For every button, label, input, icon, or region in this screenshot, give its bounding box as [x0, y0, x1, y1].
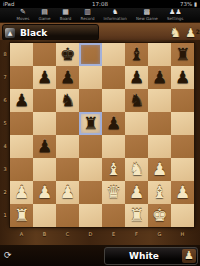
board-frame: ♚♝♜♟♟♟♟♟♟♞♞♜♟♟♝♞♟♟♟♟♛♟♝♟♜♜♚ 87654321ABCD… [0, 40, 200, 245]
square-b8[interactable] [33, 43, 56, 66]
black-knight: ♞ [129, 89, 144, 112]
white-pawn: ♟ [14, 181, 29, 204]
black-player-header: ▲ Black ♞♟2 [0, 22, 200, 40]
square-f7[interactable]: ♟ [125, 66, 148, 89]
app-logo-icon: ▲ [5, 28, 15, 38]
toolbar-item-moves[interactable]: ✎ Moves [17, 9, 30, 21]
status-time: 17:08 [0, 0, 200, 8]
black-player-label: Black [20, 28, 47, 38]
square-h7[interactable]: ♟ [171, 66, 194, 89]
white-rook: ♜ [14, 204, 29, 227]
new-game-icon: ▩ [144, 9, 151, 16]
square-d2[interactable] [79, 181, 102, 204]
square-a2[interactable]: ♟ [10, 181, 33, 204]
square-f8[interactable]: ♝ [125, 43, 148, 66]
black-king: ♚ [60, 43, 75, 66]
white-knight: ♞ [129, 158, 144, 181]
file-label-d: D [79, 230, 102, 238]
black-rook: ♜ [175, 43, 190, 66]
square-h4[interactable] [171, 135, 194, 158]
square-h2[interactable]: ♟ [171, 181, 194, 204]
captured-white-knight: ♞ [170, 25, 182, 41]
square-c4[interactable] [56, 135, 79, 158]
square-h6[interactable] [171, 89, 194, 112]
file-label-g: G [148, 230, 171, 238]
square-f6[interactable]: ♞ [125, 89, 148, 112]
white-pawn: ♟ [60, 181, 75, 204]
rank-label-3: 3 [0, 158, 10, 181]
information-icon: ♞ [112, 9, 118, 16]
square-b6[interactable] [33, 89, 56, 112]
file-label-h: H [171, 230, 194, 238]
square-d4[interactable] [79, 135, 102, 158]
square-c3[interactable] [56, 158, 79, 181]
square-g1[interactable]: ♚ [148, 204, 171, 227]
square-d8[interactable] [79, 43, 102, 66]
square-e5[interactable]: ♟ [102, 112, 125, 135]
record-icon: ▥ [84, 9, 91, 16]
toolbar-item-board[interactable]: ▦ Board [60, 9, 72, 21]
square-e2[interactable]: ♛ [102, 181, 125, 204]
square-e6[interactable] [102, 89, 125, 112]
square-a3[interactable] [10, 158, 33, 181]
square-b4[interactable]: ♟ [33, 135, 56, 158]
square-a4[interactable] [10, 135, 33, 158]
toolbar-item-new-game[interactable]: ▩ New Game [136, 9, 158, 21]
black-captured-tray: ♞♟2 [166, 23, 196, 41]
black-pawn: ♟ [37, 135, 52, 158]
white-king: ♚ [152, 204, 167, 227]
square-g6[interactable] [148, 89, 171, 112]
white-player-bar: ⟳ White ♟ [0, 245, 200, 266]
settings-icon: ♟♟ [169, 9, 182, 16]
battery-indicator: 73% ▮ [180, 0, 197, 8]
white-queen: ♛ [106, 181, 121, 204]
white-rook: ♜ [129, 204, 144, 227]
white-bishop: ♝ [106, 158, 121, 181]
square-h1[interactable] [171, 204, 194, 227]
toolbar-item-information[interactable]: ♞ Information [104, 9, 127, 21]
square-a6[interactable]: ♟ [10, 89, 33, 112]
square-g5[interactable] [148, 112, 171, 135]
toolbar: ✎ Moves▤ Game▦ Board▥ Record♞ Informatio… [0, 8, 200, 22]
square-a7[interactable] [10, 66, 33, 89]
square-e8[interactable] [102, 43, 125, 66]
square-b5[interactable] [33, 112, 56, 135]
square-d3[interactable] [79, 158, 102, 181]
square-c8[interactable]: ♚ [56, 43, 79, 66]
captured-count: 2 [196, 24, 200, 40]
rank-label-8: 8 [0, 43, 10, 66]
black-pawn: ♟ [60, 66, 75, 89]
square-d6[interactable] [79, 89, 102, 112]
square-e3[interactable]: ♝ [102, 158, 125, 181]
square-a5[interactable] [10, 112, 33, 135]
rank-label-1: 1 [0, 204, 10, 227]
rank-label-4: 4 [0, 135, 10, 158]
black-pawn: ♟ [175, 66, 190, 89]
rank-label-6: 6 [0, 89, 10, 112]
square-f2[interactable]: ♟ [125, 181, 148, 204]
black-knight: ♞ [60, 89, 75, 112]
toolbar-item-record[interactable]: ▥ Record [81, 9, 95, 21]
white-side-icon: ♟ [182, 249, 196, 263]
chess-board: ♚♝♜♟♟♟♟♟♟♞♞♜♟♟♝♞♟♟♟♟♛♟♝♟♜♜♚ [10, 43, 194, 227]
black-pawn: ♟ [152, 66, 167, 89]
black-rook: ♜ [83, 112, 98, 135]
square-e4[interactable] [102, 135, 125, 158]
board-icon: ▦ [62, 9, 69, 16]
square-h8[interactable]: ♜ [171, 43, 194, 66]
game-icon: ▤ [41, 9, 48, 16]
square-c1[interactable] [56, 204, 79, 227]
black-pawn: ♟ [14, 89, 29, 112]
captured-white-pawn: ♟2 [185, 25, 196, 41]
chess-app-screen: 17:08 iPad 73% ▮ ✎ Moves▤ Game▦ Board▥ R… [0, 0, 200, 266]
square-f3[interactable]: ♞ [125, 158, 148, 181]
rank-label-5: 5 [0, 112, 10, 135]
square-g4[interactable] [148, 135, 171, 158]
file-label-f: F [125, 230, 148, 238]
square-d1[interactable] [79, 204, 102, 227]
black-bishop: ♝ [129, 43, 144, 66]
square-b7[interactable]: ♟ [33, 66, 56, 89]
toolbar-item-game[interactable]: ▤ Game [39, 9, 51, 21]
rank-label-2: 2 [0, 181, 10, 204]
file-label-a: A [10, 230, 33, 238]
square-f4[interactable] [125, 135, 148, 158]
status-bar: 17:08 iPad 73% ▮ [0, 0, 200, 8]
square-b3[interactable] [33, 158, 56, 181]
square-h3[interactable] [171, 158, 194, 181]
square-g7[interactable]: ♟ [148, 66, 171, 89]
file-label-c: C [56, 230, 79, 238]
square-e1[interactable] [102, 204, 125, 227]
square-c2[interactable]: ♟ [56, 181, 79, 204]
rank-label-7: 7 [0, 66, 10, 89]
square-f5[interactable] [125, 112, 148, 135]
black-player-panel[interactable]: ▲ Black [2, 24, 99, 41]
square-g3[interactable]: ♟ [148, 158, 171, 181]
file-label-e: E [102, 230, 125, 238]
black-pawn: ♟ [106, 112, 121, 135]
black-pawn: ♟ [37, 66, 52, 89]
square-b2[interactable]: ♟ [33, 181, 56, 204]
status-carrier: iPad [3, 0, 14, 8]
moves-icon: ✎ [20, 9, 26, 16]
square-g8[interactable] [148, 43, 171, 66]
flip-board-icon[interactable]: ⟳ [4, 250, 12, 260]
white-pawn: ♟ [175, 181, 190, 204]
white-pawn: ♟ [129, 181, 144, 204]
square-d7[interactable] [79, 66, 102, 89]
file-label-b: B [33, 230, 56, 238]
square-d5[interactable]: ♜ [79, 112, 102, 135]
square-b1[interactable] [33, 204, 56, 227]
square-c7[interactable]: ♟ [56, 66, 79, 89]
toolbar-item-settings[interactable]: ♟♟ Settings [167, 9, 183, 21]
square-e7[interactable] [102, 66, 125, 89]
square-c5[interactable] [56, 112, 79, 135]
black-pawn: ♟ [129, 66, 144, 89]
white-pawn: ♟ [37, 181, 52, 204]
white-pawn: ♟ [152, 158, 167, 181]
square-c6[interactable]: ♞ [56, 89, 79, 112]
square-a1[interactable]: ♜ [10, 204, 33, 227]
white-bishop: ♝ [152, 181, 167, 204]
square-a8[interactable] [10, 43, 33, 66]
white-player-panel[interactable]: White ♟ [104, 247, 198, 265]
square-g2[interactable]: ♝ [148, 181, 171, 204]
square-h5[interactable] [171, 112, 194, 135]
square-f1[interactable]: ♜ [125, 204, 148, 227]
